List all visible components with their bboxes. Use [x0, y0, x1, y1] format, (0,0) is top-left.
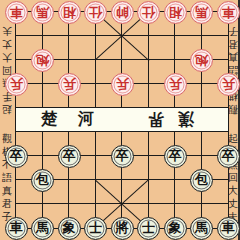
piece-red-soldier[interactable]: 兵 — [217, 73, 240, 96]
piece-red-horse[interactable]: 馬 — [31, 1, 54, 24]
piece-red-general[interactable]: 帥 — [111, 1, 134, 24]
piece-red-elephant[interactable]: 相 — [58, 1, 81, 24]
piece-black-general[interactable]: 將 — [111, 217, 134, 240]
piece-black-soldier[interactable]: 卒 — [111, 145, 134, 168]
piece-black-elephant[interactable]: 象 — [164, 217, 187, 240]
board-frame-right-edge — [238, 0, 240, 240]
piece-black-cannon[interactable]: 包 — [31, 169, 54, 192]
piece-black-soldier[interactable]: 卒 — [58, 145, 81, 168]
piece-red-chariot[interactable]: 車 — [5, 1, 28, 24]
piece-red-soldier[interactable]: 兵 — [58, 73, 81, 96]
piece-black-advisor[interactable]: 士 — [84, 217, 107, 240]
piece-black-soldier[interactable]: 卒 — [217, 145, 240, 168]
piece-black-chariot[interactable]: 車 — [5, 217, 28, 240]
piece-black-soldier[interactable]: 卒 — [5, 145, 28, 168]
couplet-top-left: 起手無回大丈夫 — [1, 24, 13, 116]
river-text-han: 漢 — [177, 110, 195, 128]
piece-black-elephant[interactable]: 象 — [58, 217, 81, 240]
river-text-jie: 界 — [147, 110, 165, 128]
piece-red-advisor[interactable]: 仕 — [84, 1, 107, 24]
piece-red-advisor[interactable]: 仕 — [137, 1, 160, 24]
piece-black-horse[interactable]: 馬 — [31, 217, 54, 240]
board-cell[interactable] — [69, 36, 96, 60]
xiangqi-board: 起手無回大丈夫 觀棋不語真君子 觀棋不語真君子 起手無回大丈夫 楚河界漢 車馬相… — [0, 0, 240, 240]
piece-red-soldier[interactable]: 兵 — [164, 73, 187, 96]
piece-black-advisor[interactable]: 士 — [137, 217, 160, 240]
piece-red-horse[interactable]: 馬 — [190, 1, 213, 24]
board-cell[interactable] — [69, 180, 96, 204]
piece-black-cannon[interactable]: 包 — [190, 169, 213, 192]
piece-red-chariot[interactable]: 車 — [217, 1, 240, 24]
piece-red-cannon[interactable]: 炮 — [190, 49, 213, 72]
piece-red-elephant[interactable]: 相 — [164, 1, 187, 24]
board-cell[interactable] — [149, 180, 176, 204]
piece-black-horse[interactable]: 馬 — [190, 217, 213, 240]
piece-black-soldier[interactable]: 卒 — [164, 145, 187, 168]
piece-red-soldier[interactable]: 兵 — [111, 73, 134, 96]
board-cell[interactable] — [149, 36, 176, 60]
river-text-he: 河 — [77, 110, 95, 128]
piece-red-cannon[interactable]: 炮 — [31, 49, 54, 72]
piece-red-soldier[interactable]: 兵 — [5, 73, 28, 96]
piece-black-chariot[interactable]: 車 — [217, 217, 240, 240]
river: 楚河界漢 — [16, 108, 228, 132]
river-text-chu: 楚 — [40, 110, 58, 128]
board-grid[interactable]: 楚河界漢 — [15, 11, 229, 229]
